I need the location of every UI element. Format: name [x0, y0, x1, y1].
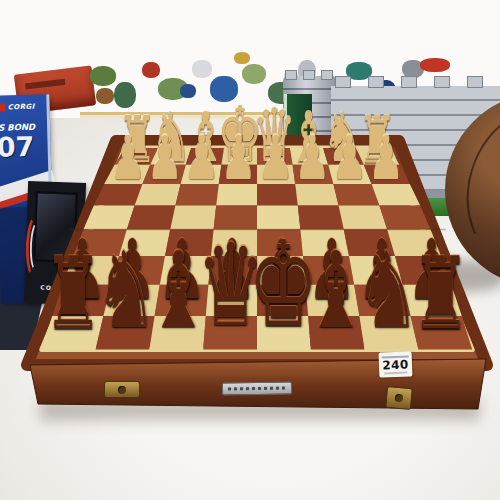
- piece-wP-r1c4[interactable]: ♟: [257, 129, 293, 189]
- brass-latch-right: [385, 386, 413, 410]
- auction-lot-sticker: 240: [379, 351, 413, 377]
- piece-bR-r7c7[interactable]: ♜: [411, 244, 471, 344]
- piece-wP-r1c7[interactable]: ♟: [368, 129, 404, 189]
- piece-wP-r1c5[interactable]: ♟: [294, 129, 330, 189]
- piece-wP-r1c2[interactable]: ♟: [184, 129, 220, 189]
- photo-stage: CORGI S BOND 07 CORGI 240 ♜♞♝♚: [0, 0, 500, 500]
- piece-wP-r1c1[interactable]: ♟: [147, 129, 183, 189]
- brass-latch-left: [104, 381, 140, 398]
- engraved-nameplate: [222, 381, 292, 395]
- piece-wP-r1c0[interactable]: ♟: [110, 129, 146, 189]
- lot-number: 240: [382, 358, 409, 371]
- piece-wP-r1c6[interactable]: ♟: [331, 129, 367, 189]
- piece-wP-r1c3[interactable]: ♟: [220, 129, 256, 189]
